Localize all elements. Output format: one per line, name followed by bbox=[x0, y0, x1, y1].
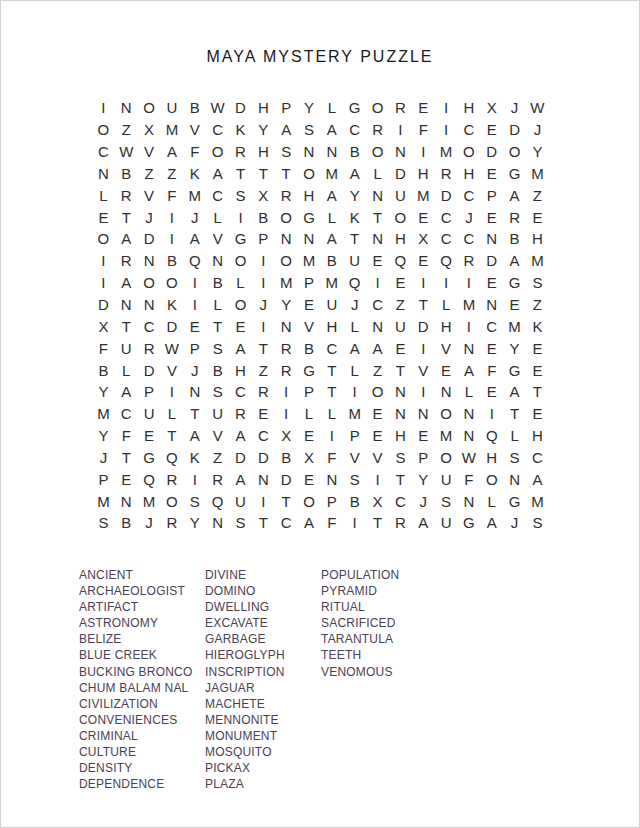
grid-cell-r18c5[interactable]: I bbox=[183, 468, 206, 490]
grid-cell-r19c19[interactable]: G bbox=[503, 490, 526, 512]
grid-cell-r15c2[interactable]: C bbox=[115, 403, 138, 425]
grid-cell-r16c10[interactable]: E bbox=[298, 425, 321, 447]
grid-cell-r7c4[interactable]: I bbox=[161, 228, 184, 250]
grid-cell-r1c15[interactable]: E bbox=[412, 97, 435, 119]
grid-cell-r10c15[interactable]: T bbox=[412, 294, 435, 316]
grid-cell-r8c20[interactable]: M bbox=[526, 250, 549, 272]
grid-cell-r13c18[interactable]: F bbox=[480, 359, 503, 381]
grid-cell-r11c9[interactable]: N bbox=[275, 315, 298, 337]
grid-cell-r20c3[interactable]: J bbox=[138, 512, 161, 534]
grid-cell-r10c9[interactable]: Y bbox=[275, 294, 298, 316]
grid-cell-r14c17[interactable]: L bbox=[458, 381, 481, 403]
grid-cell-r5c4[interactable]: F bbox=[161, 184, 184, 206]
grid-cell-r17c18[interactable]: H bbox=[480, 447, 503, 469]
grid-cell-r12c5[interactable]: P bbox=[183, 337, 206, 359]
grid-cell-r10c16[interactable]: L bbox=[435, 294, 458, 316]
grid-cell-r11c5[interactable]: E bbox=[183, 315, 206, 337]
grid-cell-r3c8[interactable]: H bbox=[252, 141, 275, 163]
grid-cell-r6c9[interactable]: O bbox=[275, 206, 298, 228]
grid-cell-r17c11[interactable]: F bbox=[320, 447, 343, 469]
grid-cell-r3c3[interactable]: V bbox=[138, 141, 161, 163]
grid-cell-r1c1[interactable]: I bbox=[92, 97, 115, 119]
grid-cell-r3c6[interactable]: O bbox=[206, 141, 229, 163]
grid-cell-r1c16[interactable]: I bbox=[435, 97, 458, 119]
grid-cell-r5c19[interactable]: A bbox=[503, 184, 526, 206]
grid-cell-r11c7[interactable]: E bbox=[229, 315, 252, 337]
grid-cell-r13c5[interactable]: J bbox=[183, 359, 206, 381]
grid-cell-r2c11[interactable]: A bbox=[320, 119, 343, 141]
grid-cell-r17c12[interactable]: V bbox=[343, 447, 366, 469]
grid-cell-r10c19[interactable]: E bbox=[503, 294, 526, 316]
grid-cell-r18c15[interactable]: Y bbox=[412, 468, 435, 490]
grid-cell-r4c8[interactable]: T bbox=[252, 163, 275, 185]
grid-cell-r5c17[interactable]: C bbox=[458, 184, 481, 206]
grid-cell-r8c12[interactable]: U bbox=[343, 250, 366, 272]
grid-cell-r4c7[interactable]: T bbox=[229, 163, 252, 185]
grid-cell-r2c18[interactable]: E bbox=[480, 119, 503, 141]
grid-cell-r15c14[interactable]: N bbox=[389, 403, 412, 425]
grid-cell-r2c20[interactable]: J bbox=[526, 119, 549, 141]
grid-cell-r8c5[interactable]: Q bbox=[183, 250, 206, 272]
grid-cell-r3c10[interactable]: N bbox=[298, 141, 321, 163]
grid-cell-r2c6[interactable]: C bbox=[206, 119, 229, 141]
grid-cell-r18c13[interactable]: I bbox=[366, 468, 389, 490]
grid-cell-r2c1[interactable]: O bbox=[92, 119, 115, 141]
grid-cell-r9c10[interactable]: P bbox=[298, 272, 321, 294]
grid-cell-r14c16[interactable]: N bbox=[435, 381, 458, 403]
grid-cell-r13c8[interactable]: Z bbox=[252, 359, 275, 381]
grid-cell-r13c16[interactable]: E bbox=[435, 359, 458, 381]
grid-cell-r18c18[interactable]: O bbox=[480, 468, 503, 490]
grid-cell-r10c18[interactable]: N bbox=[480, 294, 503, 316]
grid-cell-r3c9[interactable]: S bbox=[275, 141, 298, 163]
grid-cell-r5c9[interactable]: R bbox=[275, 184, 298, 206]
grid-cell-r10c8[interactable]: J bbox=[252, 294, 275, 316]
grid-cell-r5c20[interactable]: Z bbox=[526, 184, 549, 206]
grid-cell-r19c9[interactable]: T bbox=[275, 490, 298, 512]
grid-cell-r5c6[interactable]: C bbox=[206, 184, 229, 206]
grid-cell-r16c17[interactable]: N bbox=[458, 425, 481, 447]
grid-cell-r19c1[interactable]: M bbox=[92, 490, 115, 512]
grid-cell-r11c4[interactable]: D bbox=[161, 315, 184, 337]
grid-cell-r14c12[interactable]: I bbox=[343, 381, 366, 403]
grid-cell-r17c10[interactable]: X bbox=[298, 447, 321, 469]
grid-cell-r8c19[interactable]: A bbox=[503, 250, 526, 272]
grid-cell-r2c7[interactable]: K bbox=[229, 119, 252, 141]
grid-cell-r16c13[interactable]: E bbox=[366, 425, 389, 447]
grid-cell-r8c10[interactable]: M bbox=[298, 250, 321, 272]
grid-cell-r4c18[interactable]: E bbox=[480, 163, 503, 185]
grid-cell-r16c7[interactable]: A bbox=[229, 425, 252, 447]
grid-cell-r8c14[interactable]: Q bbox=[389, 250, 412, 272]
grid-cell-r11c16[interactable]: H bbox=[435, 315, 458, 337]
grid-cell-r11c6[interactable]: T bbox=[206, 315, 229, 337]
grid-cell-r19c16[interactable]: S bbox=[435, 490, 458, 512]
grid-cell-r8c4[interactable]: B bbox=[161, 250, 184, 272]
grid-cell-r4c15[interactable]: H bbox=[412, 163, 435, 185]
grid-cell-r12c12[interactable]: A bbox=[343, 337, 366, 359]
grid-cell-r13c9[interactable]: R bbox=[275, 359, 298, 381]
grid-cell-r4c3[interactable]: Z bbox=[138, 163, 161, 185]
grid-cell-r7c8[interactable]: P bbox=[252, 228, 275, 250]
grid-cell-r4c5[interactable]: K bbox=[183, 163, 206, 185]
grid-cell-r9c14[interactable]: E bbox=[389, 272, 412, 294]
grid-cell-r19c6[interactable]: Q bbox=[206, 490, 229, 512]
grid-cell-r8c15[interactable]: E bbox=[412, 250, 435, 272]
grid-cell-r5c12[interactable]: Y bbox=[343, 184, 366, 206]
grid-cell-r11c13[interactable]: N bbox=[366, 315, 389, 337]
grid-cell-r11c17[interactable]: I bbox=[458, 315, 481, 337]
grid-cell-r10c20[interactable]: Z bbox=[526, 294, 549, 316]
grid-cell-r9c20[interactable]: S bbox=[526, 272, 549, 294]
grid-cell-r7c17[interactable]: C bbox=[458, 228, 481, 250]
grid-cell-r11c14[interactable]: U bbox=[389, 315, 412, 337]
grid-cell-r19c11[interactable]: P bbox=[320, 490, 343, 512]
grid-cell-r14c4[interactable]: I bbox=[161, 381, 184, 403]
grid-cell-r6c6[interactable]: L bbox=[206, 206, 229, 228]
grid-cell-r18c10[interactable]: E bbox=[298, 468, 321, 490]
grid-cell-r14c8[interactable]: R bbox=[252, 381, 275, 403]
grid-cell-r13c10[interactable]: G bbox=[298, 359, 321, 381]
grid-cell-r12c11[interactable]: C bbox=[320, 337, 343, 359]
grid-cell-r14c9[interactable]: I bbox=[275, 381, 298, 403]
grid-cell-r17c4[interactable]: Q bbox=[161, 447, 184, 469]
grid-cell-r7c10[interactable]: N bbox=[298, 228, 321, 250]
grid-cell-r13c6[interactable]: B bbox=[206, 359, 229, 381]
grid-cell-r3c18[interactable]: D bbox=[480, 141, 503, 163]
grid-cell-r15c18[interactable]: I bbox=[480, 403, 503, 425]
grid-cell-r6c11[interactable]: L bbox=[320, 206, 343, 228]
grid-cell-r15c3[interactable]: U bbox=[138, 403, 161, 425]
grid-cell-r13c12[interactable]: L bbox=[343, 359, 366, 381]
grid-cell-r15c6[interactable]: U bbox=[206, 403, 229, 425]
grid-cell-r4c12[interactable]: A bbox=[343, 163, 366, 185]
grid-cell-r18c12[interactable]: S bbox=[343, 468, 366, 490]
grid-cell-r6c1[interactable]: E bbox=[92, 206, 115, 228]
grid-cell-r20c15[interactable]: A bbox=[412, 512, 435, 534]
grid-cell-r18c17[interactable]: F bbox=[458, 468, 481, 490]
grid-cell-r7c2[interactable]: A bbox=[115, 228, 138, 250]
grid-cell-r2c15[interactable]: F bbox=[412, 119, 435, 141]
grid-cell-r4c9[interactable]: T bbox=[275, 163, 298, 185]
grid-cell-r17c8[interactable]: D bbox=[252, 447, 275, 469]
grid-cell-r12c8[interactable]: T bbox=[252, 337, 275, 359]
grid-cell-r11c11[interactable]: H bbox=[320, 315, 343, 337]
grid-cell-r16c1[interactable]: Y bbox=[92, 425, 115, 447]
grid-cell-r6c13[interactable]: T bbox=[366, 206, 389, 228]
grid-cell-r7c5[interactable]: A bbox=[183, 228, 206, 250]
grid-cell-r6c10[interactable]: G bbox=[298, 206, 321, 228]
grid-cell-r19c13[interactable]: X bbox=[366, 490, 389, 512]
grid-cell-r13c2[interactable]: L bbox=[115, 359, 138, 381]
grid-cell-r20c5[interactable]: Y bbox=[183, 512, 206, 534]
grid-cell-r14c19[interactable]: A bbox=[503, 381, 526, 403]
grid-cell-r10c12[interactable]: J bbox=[343, 294, 366, 316]
grid-cell-r7c14[interactable]: H bbox=[389, 228, 412, 250]
grid-cell-r13c14[interactable]: T bbox=[389, 359, 412, 381]
grid-cell-r3c20[interactable]: Y bbox=[526, 141, 549, 163]
grid-cell-r2c2[interactable]: Z bbox=[115, 119, 138, 141]
grid-cell-r18c19[interactable]: N bbox=[503, 468, 526, 490]
grid-cell-r8c9[interactable]: O bbox=[275, 250, 298, 272]
grid-cell-r9c18[interactable]: E bbox=[480, 272, 503, 294]
grid-cell-r15c5[interactable]: T bbox=[183, 403, 206, 425]
grid-cell-r4c2[interactable]: B bbox=[115, 163, 138, 185]
grid-cell-r13c3[interactable]: D bbox=[138, 359, 161, 381]
grid-cell-r7c3[interactable]: D bbox=[138, 228, 161, 250]
grid-cell-r19c7[interactable]: U bbox=[229, 490, 252, 512]
grid-cell-r18c20[interactable]: A bbox=[526, 468, 549, 490]
grid-cell-r8c3[interactable]: N bbox=[138, 250, 161, 272]
grid-cell-r4c16[interactable]: R bbox=[435, 163, 458, 185]
grid-cell-r14c5[interactable]: N bbox=[183, 381, 206, 403]
grid-cell-r6c3[interactable]: J bbox=[138, 206, 161, 228]
grid-cell-r8c1[interactable]: I bbox=[92, 250, 115, 272]
grid-cell-r17c5[interactable]: K bbox=[183, 447, 206, 469]
grid-cell-r2c4[interactable]: M bbox=[161, 119, 184, 141]
grid-cell-r19c14[interactable]: C bbox=[389, 490, 412, 512]
grid-cell-r7c7[interactable]: G bbox=[229, 228, 252, 250]
grid-cell-r5c7[interactable]: S bbox=[229, 184, 252, 206]
grid-cell-r12c13[interactable]: A bbox=[366, 337, 389, 359]
grid-cell-r19c10[interactable]: O bbox=[298, 490, 321, 512]
grid-cell-r10c4[interactable]: K bbox=[161, 294, 184, 316]
grid-cell-r1c7[interactable]: D bbox=[229, 97, 252, 119]
grid-cell-r10c14[interactable]: Z bbox=[389, 294, 412, 316]
grid-cell-r20c8[interactable]: T bbox=[252, 512, 275, 534]
grid-cell-r16c14[interactable]: H bbox=[389, 425, 412, 447]
grid-cell-r14c14[interactable]: N bbox=[389, 381, 412, 403]
grid-cell-r7c18[interactable]: N bbox=[480, 228, 503, 250]
grid-cell-r11c20[interactable]: K bbox=[526, 315, 549, 337]
grid-cell-r7c13[interactable]: N bbox=[366, 228, 389, 250]
grid-cell-r12c15[interactable]: I bbox=[412, 337, 435, 359]
grid-cell-r11c1[interactable]: X bbox=[92, 315, 115, 337]
grid-cell-r16c15[interactable]: E bbox=[412, 425, 435, 447]
grid-cell-r11c15[interactable]: D bbox=[412, 315, 435, 337]
grid-cell-r10c11[interactable]: U bbox=[320, 294, 343, 316]
grid-cell-r16c9[interactable]: X bbox=[275, 425, 298, 447]
grid-cell-r3c12[interactable]: B bbox=[343, 141, 366, 163]
grid-cell-r19c8[interactable]: I bbox=[252, 490, 275, 512]
grid-cell-r2c10[interactable]: S bbox=[298, 119, 321, 141]
grid-cell-r14c13[interactable]: O bbox=[366, 381, 389, 403]
grid-cell-r16c16[interactable]: M bbox=[435, 425, 458, 447]
grid-cell-r15c12[interactable]: M bbox=[343, 403, 366, 425]
grid-cell-r7c1[interactable]: O bbox=[92, 228, 115, 250]
grid-cell-r8c6[interactable]: N bbox=[206, 250, 229, 272]
grid-cell-r4c19[interactable]: G bbox=[503, 163, 526, 185]
grid-cell-r15c4[interactable]: L bbox=[161, 403, 184, 425]
grid-cell-r2c19[interactable]: D bbox=[503, 119, 526, 141]
grid-cell-r11c2[interactable]: T bbox=[115, 315, 138, 337]
grid-cell-r19c12[interactable]: B bbox=[343, 490, 366, 512]
grid-cell-r5c14[interactable]: U bbox=[389, 184, 412, 206]
grid-cell-r18c16[interactable]: U bbox=[435, 468, 458, 490]
grid-cell-r20c6[interactable]: N bbox=[206, 512, 229, 534]
grid-cell-r14c11[interactable]: T bbox=[320, 381, 343, 403]
grid-cell-r8c18[interactable]: D bbox=[480, 250, 503, 272]
grid-cell-r10c13[interactable]: C bbox=[366, 294, 389, 316]
grid-cell-r14c3[interactable]: P bbox=[138, 381, 161, 403]
grid-cell-r15c17[interactable]: N bbox=[458, 403, 481, 425]
grid-cell-r10c2[interactable]: N bbox=[115, 294, 138, 316]
grid-cell-r8c2[interactable]: R bbox=[115, 250, 138, 272]
grid-cell-r7c12[interactable]: T bbox=[343, 228, 366, 250]
grid-cell-r20c11[interactable]: F bbox=[320, 512, 343, 534]
grid-cell-r17c3[interactable]: G bbox=[138, 447, 161, 469]
grid-cell-r15c7[interactable]: R bbox=[229, 403, 252, 425]
grid-cell-r2c16[interactable]: I bbox=[435, 119, 458, 141]
grid-cell-r12c19[interactable]: Y bbox=[503, 337, 526, 359]
grid-cell-r2c13[interactable]: R bbox=[366, 119, 389, 141]
grid-cell-r7c15[interactable]: X bbox=[412, 228, 435, 250]
grid-cell-r16c3[interactable]: E bbox=[138, 425, 161, 447]
grid-cell-r17c9[interactable]: B bbox=[275, 447, 298, 469]
grid-cell-r2c14[interactable]: I bbox=[389, 119, 412, 141]
grid-cell-r6c12[interactable]: K bbox=[343, 206, 366, 228]
grid-cell-r12c10[interactable]: B bbox=[298, 337, 321, 359]
grid-cell-r7c11[interactable]: A bbox=[320, 228, 343, 250]
grid-cell-r8c7[interactable]: O bbox=[229, 250, 252, 272]
grid-cell-r9c17[interactable]: I bbox=[458, 272, 481, 294]
grid-cell-r11c19[interactable]: M bbox=[503, 315, 526, 337]
grid-cell-r6c8[interactable]: B bbox=[252, 206, 275, 228]
grid-cell-r4c4[interactable]: Z bbox=[161, 163, 184, 185]
grid-cell-r12c4[interactable]: W bbox=[161, 337, 184, 359]
grid-cell-r16c12[interactable]: P bbox=[343, 425, 366, 447]
grid-cell-r14c7[interactable]: C bbox=[229, 381, 252, 403]
grid-cell-r19c17[interactable]: N bbox=[458, 490, 481, 512]
grid-cell-r3c15[interactable]: I bbox=[412, 141, 435, 163]
grid-cell-r17c19[interactable]: S bbox=[503, 447, 526, 469]
grid-cell-r6c4[interactable]: I bbox=[161, 206, 184, 228]
grid-cell-r1c6[interactable]: W bbox=[206, 97, 229, 119]
grid-cell-r3c2[interactable]: W bbox=[115, 141, 138, 163]
grid-cell-r3c11[interactable]: N bbox=[320, 141, 343, 163]
grid-cell-r18c4[interactable]: R bbox=[161, 468, 184, 490]
grid-cell-r15c11[interactable]: L bbox=[320, 403, 343, 425]
grid-cell-r10c17[interactable]: M bbox=[458, 294, 481, 316]
grid-cell-r4c6[interactable]: A bbox=[206, 163, 229, 185]
grid-cell-r2c8[interactable]: Y bbox=[252, 119, 275, 141]
grid-cell-r12c9[interactable]: R bbox=[275, 337, 298, 359]
grid-cell-r7c16[interactable]: C bbox=[435, 228, 458, 250]
grid-cell-r5c13[interactable]: N bbox=[366, 184, 389, 206]
grid-cell-r9c12[interactable]: Q bbox=[343, 272, 366, 294]
grid-cell-r4c17[interactable]: H bbox=[458, 163, 481, 185]
grid-cell-r15c8[interactable]: E bbox=[252, 403, 275, 425]
grid-cell-r16c8[interactable]: C bbox=[252, 425, 275, 447]
grid-cell-r18c7[interactable]: A bbox=[229, 468, 252, 490]
grid-cell-r15c19[interactable]: T bbox=[503, 403, 526, 425]
grid-cell-r20c4[interactable]: R bbox=[161, 512, 184, 534]
grid-cell-r7c6[interactable]: V bbox=[206, 228, 229, 250]
grid-cell-r19c2[interactable]: N bbox=[115, 490, 138, 512]
grid-cell-r2c3[interactable]: X bbox=[138, 119, 161, 141]
grid-cell-r6c14[interactable]: O bbox=[389, 206, 412, 228]
grid-cell-r8c8[interactable]: I bbox=[252, 250, 275, 272]
grid-cell-r13c11[interactable]: T bbox=[320, 359, 343, 381]
grid-cell-r17c20[interactable]: C bbox=[526, 447, 549, 469]
grid-cell-r8c17[interactable]: R bbox=[458, 250, 481, 272]
grid-cell-r5c1[interactable]: L bbox=[92, 184, 115, 206]
grid-cell-r20c20[interactable]: S bbox=[526, 512, 549, 534]
grid-cell-r10c6[interactable]: L bbox=[206, 294, 229, 316]
grid-cell-r17c17[interactable]: W bbox=[458, 447, 481, 469]
grid-cell-r17c15[interactable]: P bbox=[412, 447, 435, 469]
grid-cell-r12c7[interactable]: A bbox=[229, 337, 252, 359]
grid-cell-r15c1[interactable]: M bbox=[92, 403, 115, 425]
grid-cell-r10c3[interactable]: N bbox=[138, 294, 161, 316]
grid-cell-r13c19[interactable]: G bbox=[503, 359, 526, 381]
grid-cell-r3c1[interactable]: C bbox=[92, 141, 115, 163]
grid-cell-r3c5[interactable]: F bbox=[183, 141, 206, 163]
grid-cell-r6c18[interactable]: E bbox=[480, 206, 503, 228]
grid-cell-r12c1[interactable]: F bbox=[92, 337, 115, 359]
grid-cell-r14c18[interactable]: E bbox=[480, 381, 503, 403]
grid-cell-r19c4[interactable]: O bbox=[161, 490, 184, 512]
grid-cell-r3c7[interactable]: R bbox=[229, 141, 252, 163]
grid-cell-r1c8[interactable]: H bbox=[252, 97, 275, 119]
grid-cell-r13c15[interactable]: V bbox=[412, 359, 435, 381]
grid-cell-r1c3[interactable]: O bbox=[138, 97, 161, 119]
grid-cell-r20c16[interactable]: U bbox=[435, 512, 458, 534]
grid-cell-r9c15[interactable]: I bbox=[412, 272, 435, 294]
grid-cell-r20c19[interactable]: J bbox=[503, 512, 526, 534]
grid-cell-r9c3[interactable]: O bbox=[138, 272, 161, 294]
grid-cell-r9c4[interactable]: O bbox=[161, 272, 184, 294]
grid-cell-r14c10[interactable]: P bbox=[298, 381, 321, 403]
grid-cell-r1c14[interactable]: R bbox=[389, 97, 412, 119]
grid-cell-r5c18[interactable]: P bbox=[480, 184, 503, 206]
grid-cell-r20c18[interactable]: A bbox=[480, 512, 503, 534]
grid-cell-r18c6[interactable]: R bbox=[206, 468, 229, 490]
grid-cell-r3c17[interactable]: O bbox=[458, 141, 481, 163]
grid-cell-r6c20[interactable]: E bbox=[526, 206, 549, 228]
grid-cell-r4c1[interactable]: N bbox=[92, 163, 115, 185]
grid-cell-r2c17[interactable]: C bbox=[458, 119, 481, 141]
grid-cell-r4c14[interactable]: D bbox=[389, 163, 412, 185]
grid-cell-r8c11[interactable]: B bbox=[320, 250, 343, 272]
grid-cell-r17c13[interactable]: V bbox=[366, 447, 389, 469]
grid-cell-r5c15[interactable]: M bbox=[412, 184, 435, 206]
grid-cell-r15c15[interactable]: N bbox=[412, 403, 435, 425]
grid-cell-r9c13[interactable]: I bbox=[366, 272, 389, 294]
grid-cell-r9c1[interactable]: I bbox=[92, 272, 115, 294]
grid-cell-r10c7[interactable]: O bbox=[229, 294, 252, 316]
grid-cell-r1c18[interactable]: X bbox=[480, 97, 503, 119]
grid-cell-r6c19[interactable]: R bbox=[503, 206, 526, 228]
grid-cell-r15c20[interactable]: E bbox=[526, 403, 549, 425]
grid-cell-r5c3[interactable]: V bbox=[138, 184, 161, 206]
grid-cell-r5c10[interactable]: H bbox=[298, 184, 321, 206]
grid-cell-r7c9[interactable]: N bbox=[275, 228, 298, 250]
grid-cell-r2c5[interactable]: V bbox=[183, 119, 206, 141]
grid-cell-r5c8[interactable]: X bbox=[252, 184, 275, 206]
grid-cell-r14c20[interactable]: T bbox=[526, 381, 549, 403]
grid-cell-r4c13[interactable]: L bbox=[366, 163, 389, 185]
grid-cell-r13c7[interactable]: H bbox=[229, 359, 252, 381]
grid-cell-r17c14[interactable]: S bbox=[389, 447, 412, 469]
grid-cell-r1c4[interactable]: U bbox=[161, 97, 184, 119]
grid-cell-r9c6[interactable]: B bbox=[206, 272, 229, 294]
grid-cell-r3c14[interactable]: N bbox=[389, 141, 412, 163]
grid-cell-r8c13[interactable]: E bbox=[366, 250, 389, 272]
grid-cell-r20c13[interactable]: T bbox=[366, 512, 389, 534]
grid-cell-r20c7[interactable]: S bbox=[229, 512, 252, 534]
grid-cell-r2c12[interactable]: C bbox=[343, 119, 366, 141]
